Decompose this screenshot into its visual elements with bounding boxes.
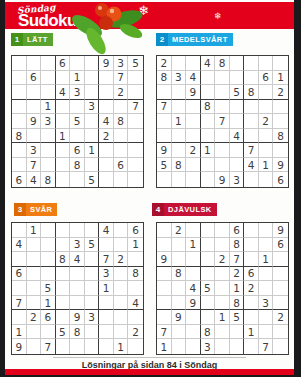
cell-r8c9[interactable]: 9	[273, 158, 288, 173]
cell-r5c8[interactable]	[259, 281, 274, 296]
cell-r6c9[interactable]	[273, 296, 288, 311]
cell-r8c3[interactable]	[186, 325, 201, 340]
cell-r8c3[interactable]	[41, 325, 56, 340]
cell-r3c4[interactable]: 8	[56, 252, 71, 267]
cell-r5c3[interactable]: 5	[41, 281, 56, 296]
cell-r6c8[interactable]: 3	[259, 296, 274, 311]
cell-r7c6[interactable]: 3	[85, 310, 100, 325]
cell-r9c6[interactable]	[85, 339, 100, 354]
cell-r8c4[interactable]: 5	[56, 325, 71, 340]
cell-r9c5[interactable]	[70, 339, 85, 354]
cell-r6c7[interactable]: 2	[99, 129, 114, 144]
cell-r1c7[interactable]	[244, 56, 259, 71]
cell-r1c4[interactable]	[201, 223, 216, 238]
cell-r2c6[interactable]: 5	[85, 238, 100, 253]
cell-r1c8[interactable]: 3	[114, 56, 129, 71]
cell-r5c6[interactable]	[230, 114, 245, 129]
cell-r2c2[interactable]	[172, 238, 187, 253]
cell-r5c6[interactable]	[85, 114, 100, 129]
cell-r3c8[interactable]: 2	[114, 85, 129, 100]
cell-r7c6[interactable]: 1	[85, 143, 100, 158]
cell-r4c7[interactable]	[244, 100, 259, 115]
cell-r6c3[interactable]	[41, 129, 56, 144]
cell-r7c8[interactable]	[259, 310, 274, 325]
cell-r8c5[interactable]	[215, 325, 230, 340]
cell-r4c9[interactable]	[273, 267, 288, 282]
cell-r1c4[interactable]	[56, 223, 71, 238]
cell-r7c1[interactable]	[12, 310, 27, 325]
cell-r3c4[interactable]	[201, 252, 216, 267]
cell-r7c3[interactable]: 6	[41, 310, 56, 325]
cell-r6c5[interactable]	[70, 296, 85, 311]
cell-r9c7[interactable]	[99, 339, 114, 354]
cell-r7c9[interactable]: 2	[273, 310, 288, 325]
cell-r9c8[interactable]: 1	[114, 339, 129, 354]
cell-r1c1[interactable]	[12, 56, 27, 71]
cell-r7c7[interactable]	[244, 310, 259, 325]
cell-r9c3[interactable]	[186, 172, 201, 187]
cell-r2c3[interactable]	[41, 71, 56, 86]
cell-r9c7[interactable]	[244, 172, 259, 187]
cell-r4c2[interactable]: 8	[172, 267, 187, 282]
cell-r2c6[interactable]: 8	[230, 238, 245, 253]
cell-r9c1[interactable]: 1	[157, 339, 172, 354]
cell-r6c5[interactable]	[215, 296, 230, 311]
cell-r4c7[interactable]: 3	[99, 267, 114, 282]
cell-r2c1[interactable]: 4	[12, 238, 27, 253]
cell-r7c9[interactable]	[273, 143, 288, 158]
cell-r4c4[interactable]	[201, 267, 216, 282]
cell-r9c9[interactable]	[128, 172, 143, 187]
cell-r1c1[interactable]: 2	[157, 56, 172, 71]
cell-r7c5[interactable]: 9	[70, 310, 85, 325]
cell-r5c5[interactable]	[70, 281, 85, 296]
cell-r1c3[interactable]	[186, 223, 201, 238]
cell-r2c4[interactable]	[56, 71, 71, 86]
cell-r9c4[interactable]: 3	[201, 339, 216, 354]
cell-r3c9[interactable]	[128, 85, 143, 100]
cell-r4c5[interactable]	[215, 100, 230, 115]
cell-r2c3[interactable]: 1	[186, 238, 201, 253]
cell-r9c2[interactable]	[27, 339, 42, 354]
cell-r8c8[interactable]	[259, 325, 274, 340]
cell-r4c4[interactable]	[56, 100, 71, 115]
cell-r3c5[interactable]: 3	[70, 85, 85, 100]
cell-r1c8[interactable]	[259, 223, 274, 238]
cell-r2c8[interactable]	[114, 238, 129, 253]
cell-r9c3[interactable]	[186, 339, 201, 354]
cell-r6c4[interactable]	[56, 296, 71, 311]
cell-r5c9[interactable]	[128, 281, 143, 296]
cell-r6c3[interactable]: 1	[41, 296, 56, 311]
cell-r3c9[interactable]: 2	[273, 85, 288, 100]
cell-r3c7[interactable]: 7	[99, 252, 114, 267]
cell-r1c6[interactable]	[230, 56, 245, 71]
cell-r5c8[interactable]: 8	[114, 114, 129, 129]
cell-r6c1[interactable]	[157, 296, 172, 311]
cell-r5c4[interactable]	[201, 114, 216, 129]
cell-r2c4[interactable]	[201, 238, 216, 253]
cell-r7c5[interactable]: 6	[70, 143, 85, 158]
cell-r6c2[interactable]	[172, 129, 187, 144]
cell-r9c2[interactable]: 4	[27, 172, 42, 187]
cell-r8c4[interactable]: 8	[201, 325, 216, 340]
cell-r6c3[interactable]	[186, 129, 201, 144]
cell-r3c9[interactable]	[128, 252, 143, 267]
cell-r2c3[interactable]: 4	[186, 71, 201, 86]
cell-r1c2[interactable]	[172, 56, 187, 71]
cell-r8c4[interactable]	[56, 158, 71, 173]
cell-r9c8[interactable]: 7	[259, 339, 274, 354]
cell-r4c7[interactable]: 6	[244, 267, 259, 282]
cell-r5c1[interactable]	[12, 114, 27, 129]
cell-r9c1[interactable]: 6	[12, 172, 27, 187]
cell-r5c2[interactable]	[27, 281, 42, 296]
cell-r2c1[interactable]	[157, 238, 172, 253]
cell-r6c6[interactable]	[85, 296, 100, 311]
cell-r5c9[interactable]	[273, 281, 288, 296]
cell-r2c8[interactable]	[259, 238, 274, 253]
cell-r2c7[interactable]	[244, 238, 259, 253]
cell-r3c1[interactable]	[12, 85, 27, 100]
cell-r2c5[interactable]: 3	[70, 238, 85, 253]
cell-r5c7[interactable]: 2	[244, 281, 259, 296]
cell-r9c1[interactable]	[157, 172, 172, 187]
cell-r7c2[interactable]: 3	[27, 143, 42, 158]
cell-r3c8[interactable]	[259, 85, 274, 100]
cell-r1c9[interactable]: 5	[128, 56, 143, 71]
cell-r8c7[interactable]	[99, 158, 114, 173]
cell-r7c1[interactable]: 9	[157, 143, 172, 158]
cell-r8c3[interactable]	[186, 158, 201, 173]
cell-r7c4[interactable]	[56, 143, 71, 158]
cell-r9c6[interactable]	[230, 339, 245, 354]
cell-r1c2[interactable]: 2	[172, 223, 187, 238]
cell-r1c5[interactable]	[70, 56, 85, 71]
cell-r1c3[interactable]	[41, 56, 56, 71]
cell-r9c7[interactable]	[99, 172, 114, 187]
cell-r1c2[interactable]: 1	[27, 223, 42, 238]
cell-r4c8[interactable]	[259, 267, 274, 282]
cell-r7c4[interactable]: 1	[201, 143, 216, 158]
cell-r7c7[interactable]	[99, 310, 114, 325]
cell-r5c2[interactable]: 1	[172, 114, 187, 129]
cell-r1c6[interactable]	[85, 56, 100, 71]
cell-r6c4[interactable]	[201, 296, 216, 311]
cell-r7c3[interactable]	[186, 310, 201, 325]
cell-r9c9[interactable]: 6	[273, 172, 288, 187]
cell-r4c8[interactable]	[114, 100, 129, 115]
cell-r5c4[interactable]	[56, 281, 71, 296]
cell-r7c4[interactable]	[201, 310, 216, 325]
cell-r4c3[interactable]	[186, 100, 201, 115]
cell-r1c9[interactable]: 9	[273, 223, 288, 238]
cell-r8c4[interactable]	[201, 158, 216, 173]
cell-r1c1[interactable]	[12, 223, 27, 238]
cell-r4c9[interactable]: 8	[128, 267, 143, 282]
cell-r4c6[interactable]	[230, 100, 245, 115]
cell-r3c6[interactable]: 7	[230, 252, 245, 267]
cell-r8c7[interactable]	[99, 325, 114, 340]
cell-r3c3[interactable]	[41, 252, 56, 267]
cell-r9c5[interactable]	[215, 339, 230, 354]
cell-r7c8[interactable]	[259, 143, 274, 158]
cell-r5c1[interactable]	[12, 281, 27, 296]
cell-r3c5[interactable]	[215, 85, 230, 100]
cell-r1c4[interactable]: 4	[201, 56, 216, 71]
cell-r8c3[interactable]	[41, 158, 56, 173]
cell-r2c2[interactable]	[27, 238, 42, 253]
cell-r7c8[interactable]	[114, 143, 129, 158]
cell-r6c2[interactable]	[27, 129, 42, 144]
cell-r9c5[interactable]	[70, 172, 85, 187]
cell-r7c5[interactable]: 1	[215, 310, 230, 325]
cell-r6c9[interactable]	[128, 129, 143, 144]
cell-r4c8[interactable]	[259, 100, 274, 115]
cell-r2c5[interactable]	[215, 238, 230, 253]
cell-r4c3[interactable]	[41, 267, 56, 282]
cell-r6c7[interactable]	[244, 129, 259, 144]
cell-r1c6[interactable]	[85, 223, 100, 238]
cell-r3c8[interactable]: 1	[259, 252, 274, 267]
cell-r3c1[interactable]	[12, 252, 27, 267]
cell-r5c3[interactable]: 3	[41, 114, 56, 129]
cell-r7c6[interactable]	[230, 143, 245, 158]
cell-r8c1[interactable]	[12, 158, 27, 173]
cell-r4c5[interactable]	[215, 267, 230, 282]
cell-r3c1[interactable]: 9	[157, 252, 172, 267]
cell-r3c7[interactable]: 8	[244, 85, 259, 100]
cell-r5c2[interactable]	[172, 281, 187, 296]
cell-r4c1[interactable]: 7	[157, 100, 172, 115]
cell-r5c2[interactable]: 9	[27, 114, 42, 129]
cell-r2c9[interactable]: 6	[273, 238, 288, 253]
cell-r2c6[interactable]	[230, 71, 245, 86]
cell-r6c6[interactable]: 4	[230, 129, 245, 144]
cell-r2c2[interactable]: 3	[172, 71, 187, 86]
cell-r9c2[interactable]	[172, 339, 187, 354]
cell-r9c8[interactable]	[259, 172, 274, 187]
cell-r1c7[interactable]	[244, 223, 259, 238]
cell-r7c2[interactable]	[172, 143, 187, 158]
cell-r1c3[interactable]	[186, 56, 201, 71]
cell-r6c3[interactable]: 9	[186, 296, 201, 311]
cell-r6c8[interactable]	[114, 129, 129, 144]
cell-r9c1[interactable]: 9	[12, 339, 27, 354]
cell-r6c8[interactable]	[114, 296, 129, 311]
cell-r4c3[interactable]: 1	[41, 100, 56, 115]
cell-r2c1[interactable]: 8	[157, 71, 172, 86]
cell-r9c6[interactable]: 3	[230, 172, 245, 187]
cell-r3c3[interactable]: 9	[186, 85, 201, 100]
cell-r8c6[interactable]	[230, 158, 245, 173]
cell-r6c1[interactable]	[157, 129, 172, 144]
cell-r1c4[interactable]: 6	[56, 56, 71, 71]
cell-r9c6[interactable]: 5	[85, 172, 100, 187]
cell-r4c9[interactable]: 7	[128, 100, 143, 115]
cell-r1c9[interactable]	[273, 56, 288, 71]
cell-r1c7[interactable]: 9	[99, 56, 114, 71]
cell-r3c2[interactable]	[27, 85, 42, 100]
cell-r2c1[interactable]	[12, 71, 27, 86]
cell-r8c6[interactable]	[85, 325, 100, 340]
cell-r3c1[interactable]	[157, 85, 172, 100]
cell-r1c5[interactable]	[70, 223, 85, 238]
cell-r7c1[interactable]	[157, 310, 172, 325]
cell-r5c1[interactable]	[157, 281, 172, 296]
cell-r6c7[interactable]	[244, 296, 259, 311]
cell-r7c7[interactable]: 7	[244, 143, 259, 158]
cell-r3c6[interactable]	[85, 85, 100, 100]
cell-r6c7[interactable]	[99, 296, 114, 311]
cell-r3c7[interactable]	[244, 252, 259, 267]
cell-r8c5[interactable]: 8	[70, 158, 85, 173]
cell-r9c8[interactable]	[114, 172, 129, 187]
cell-r2c8[interactable]: 7	[114, 71, 129, 86]
cell-r4c5[interactable]	[70, 100, 85, 115]
cell-r9c3[interactable]: 7	[41, 339, 56, 354]
cell-r4c2[interactable]	[172, 100, 187, 115]
cell-r3c6[interactable]	[85, 252, 100, 267]
cell-r3c3[interactable]	[41, 85, 56, 100]
cell-r4c8[interactable]	[114, 267, 129, 282]
cell-r4c9[interactable]	[273, 100, 288, 115]
cell-r8c8[interactable]: 1	[259, 158, 274, 173]
cell-r8c9[interactable]	[273, 325, 288, 340]
cell-r5c3[interactable]: 4	[186, 281, 201, 296]
cell-r9c4[interactable]	[201, 172, 216, 187]
cell-r5c8[interactable]	[114, 281, 129, 296]
cell-r4c1[interactable]	[157, 267, 172, 282]
cell-r7c2[interactable]: 2	[27, 310, 42, 325]
cell-r6c6[interactable]: 8	[230, 296, 245, 311]
cell-r2c4[interactable]	[56, 238, 71, 253]
cell-r8c1[interactable]: 5	[157, 158, 172, 173]
cell-r6c6[interactable]	[85, 129, 100, 144]
cell-r8c5[interactable]	[215, 158, 230, 173]
cell-r8c7[interactable]: 4	[244, 158, 259, 173]
cell-r5c8[interactable]: 2	[259, 114, 274, 129]
cell-r4c6[interactable]: 2	[230, 267, 245, 282]
cell-r3c4[interactable]: 4	[56, 85, 71, 100]
cell-r3c2[interactable]	[172, 252, 187, 267]
cell-r2c3[interactable]	[41, 238, 56, 253]
cell-r7c9[interactable]	[128, 143, 143, 158]
cell-r6c9[interactable]: 4	[128, 296, 143, 311]
cell-r8c5[interactable]: 8	[70, 325, 85, 340]
cell-r5c7[interactable]: 1	[99, 281, 114, 296]
cell-r5c5[interactable]	[215, 281, 230, 296]
cell-r4c5[interactable]	[70, 267, 85, 282]
cell-r8c1[interactable]: 7	[157, 325, 172, 340]
cell-r5c4[interactable]	[56, 114, 71, 129]
cell-r6c8[interactable]	[259, 129, 274, 144]
cell-r2c7[interactable]	[244, 71, 259, 86]
cell-r4c1[interactable]: 6	[12, 267, 27, 282]
cell-r8c6[interactable]	[230, 325, 245, 340]
cell-r5c5[interactable]: 7	[215, 114, 230, 129]
cell-r4c2[interactable]	[27, 100, 42, 115]
cell-r8c2[interactable]	[172, 325, 187, 340]
cell-r2c9[interactable]: 1	[273, 71, 288, 86]
cell-r7c3[interactable]: 2	[186, 143, 201, 158]
cell-r1c7[interactable]: 4	[99, 223, 114, 238]
cell-r2c5[interactable]: 1	[70, 71, 85, 86]
cell-r1c5[interactable]	[215, 223, 230, 238]
cell-r3c8[interactable]: 2	[114, 252, 129, 267]
cell-r5c3[interactable]	[186, 114, 201, 129]
cell-r3c2[interactable]	[27, 252, 42, 267]
cell-r6c4[interactable]: 1	[56, 129, 71, 144]
cell-r1c2[interactable]	[27, 56, 42, 71]
cell-r9c3[interactable]: 8	[41, 172, 56, 187]
cell-r2c9[interactable]	[128, 71, 143, 86]
cell-r1c6[interactable]: 6	[230, 223, 245, 238]
cell-r4c2[interactable]	[27, 267, 42, 282]
cell-r3c4[interactable]	[201, 85, 216, 100]
cell-r2c6[interactable]	[85, 71, 100, 86]
cell-r3c5[interactable]: 4	[70, 252, 85, 267]
cell-r1c1[interactable]	[157, 223, 172, 238]
cell-r1c8[interactable]	[114, 223, 129, 238]
cell-r2c9[interactable]: 1	[128, 238, 143, 253]
cell-r7c3[interactable]	[41, 143, 56, 158]
cell-r8c1[interactable]: 1	[12, 325, 27, 340]
cell-r1c9[interactable]: 6	[128, 223, 143, 238]
cell-r8c9[interactable]	[128, 158, 143, 173]
cell-r3c2[interactable]	[172, 85, 187, 100]
cell-r3c7[interactable]	[99, 85, 114, 100]
cell-r8c2[interactable]: 8	[172, 158, 187, 173]
cell-r1c5[interactable]: 8	[215, 56, 230, 71]
cell-r8c9[interactable]: 2	[128, 325, 143, 340]
cell-r2c4[interactable]	[201, 71, 216, 86]
cell-r3c9[interactable]	[273, 252, 288, 267]
cell-r2c5[interactable]	[215, 71, 230, 86]
cell-r5c6[interactable]: 1	[230, 281, 245, 296]
cell-r6c1[interactable]: 7	[12, 296, 27, 311]
cell-r6c2[interactable]	[27, 296, 42, 311]
cell-r4c6[interactable]: 3	[85, 100, 100, 115]
cell-r6c4[interactable]	[201, 129, 216, 144]
cell-r2c7[interactable]	[99, 71, 114, 86]
cell-r6c9[interactable]: 8	[273, 129, 288, 144]
cell-r1c8[interactable]	[259, 56, 274, 71]
cell-r4c6[interactable]	[85, 267, 100, 282]
cell-r7c2[interactable]: 9	[172, 310, 187, 325]
cell-r4c1[interactable]	[12, 100, 27, 115]
cell-r8c6[interactable]	[85, 158, 100, 173]
cell-r2c8[interactable]: 6	[259, 71, 274, 86]
cell-r9c9[interactable]	[273, 339, 288, 354]
cell-r7c9[interactable]	[128, 310, 143, 325]
cell-r2c2[interactable]: 6	[27, 71, 42, 86]
cell-r9c7[interactable]	[244, 339, 259, 354]
cell-r9c4[interactable]	[56, 172, 71, 187]
cell-r6c2[interactable]	[172, 296, 187, 311]
cell-r8c8[interactable]: 6	[114, 158, 129, 173]
cell-r5c9[interactable]	[128, 114, 143, 129]
cell-r7c1[interactable]	[12, 143, 27, 158]
cell-r6c1[interactable]: 8	[12, 129, 27, 144]
cell-r5c1[interactable]	[157, 114, 172, 129]
cell-r7c5[interactable]	[215, 143, 230, 158]
cell-r6c5[interactable]	[215, 129, 230, 144]
cell-r9c5[interactable]: 9	[215, 172, 230, 187]
cell-r9c2[interactable]	[172, 172, 187, 187]
cell-r8c7[interactable]: 1	[244, 325, 259, 340]
cell-r9c9[interactable]	[128, 339, 143, 354]
